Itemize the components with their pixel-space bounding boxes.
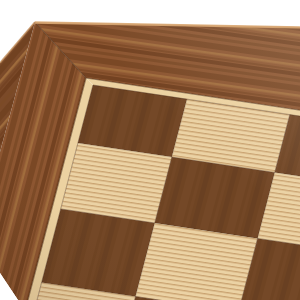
photo-canvas: [0, 0, 300, 300]
chessboard-photo: [0, 0, 300, 300]
lighting-sheen: [0, 22, 300, 300]
chessboard-corner-view: [0, 0, 300, 300]
